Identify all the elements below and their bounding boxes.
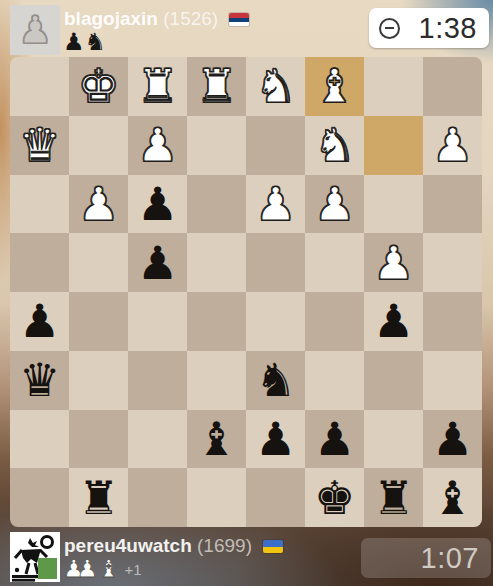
piece-white-bishop[interactable]: ♝ (314, 63, 355, 109)
bottom-captured-pieces-tray: ♟♟♝+1 (63, 557, 142, 581)
ukraine-flag-icon (263, 540, 283, 553)
square-c2[interactable]: ♞ (305, 116, 364, 175)
square-d2[interactable] (246, 116, 305, 175)
square-c6[interactable] (305, 351, 364, 410)
piece-white-pawn[interactable]: ♟ (255, 181, 296, 227)
square-e2[interactable] (187, 116, 246, 175)
square-e6[interactable] (187, 351, 246, 410)
player-rating: (1526) (163, 8, 218, 29)
square-h6[interactable]: ♛ (10, 351, 69, 410)
square-h1[interactable] (10, 57, 69, 116)
square-d4[interactable] (246, 233, 305, 292)
piece-white-king[interactable]: ♚ (78, 63, 119, 109)
square-g4[interactable] (69, 233, 128, 292)
square-b8[interactable]: ♜ (364, 468, 423, 527)
top-clock-time: 1:38 (400, 12, 489, 45)
square-g1[interactable]: ♚ (69, 57, 128, 116)
online-indicator (38, 558, 57, 579)
piece-black-pawn[interactable]: ♟ (137, 240, 178, 286)
square-g7[interactable] (69, 410, 128, 469)
square-c7[interactable]: ♟ (305, 410, 364, 469)
square-a4[interactable] (423, 233, 482, 292)
square-b6[interactable] (364, 351, 423, 410)
piece-white-pawn[interactable]: ♟ (432, 122, 473, 168)
square-d1[interactable]: ♞ (246, 57, 305, 116)
square-f3[interactable]: ♟ (128, 175, 187, 234)
bottom-player-name-row: pereu4uwatch (1699) (64, 535, 283, 557)
bottom-player-bar[interactable]: pereu4uwatch (1699) ♟♟♝+1 1:07 (0, 530, 493, 586)
square-d6[interactable]: ♞ (246, 351, 305, 410)
square-f7[interactable] (128, 410, 187, 469)
square-f6[interactable] (128, 351, 187, 410)
square-f5[interactable] (128, 292, 187, 351)
square-c1[interactable]: ♝ (305, 57, 364, 116)
piece-white-pawn[interactable]: ♟ (373, 240, 414, 286)
square-c8[interactable]: ♚ (305, 468, 364, 527)
square-h2[interactable]: ♛ (10, 116, 69, 175)
square-g6[interactable] (69, 351, 128, 410)
piece-black-pawn[interactable]: ♟ (19, 298, 60, 344)
serbia-flag-icon (229, 13, 249, 26)
square-b4[interactable]: ♟ (364, 233, 423, 292)
pawn-avatar-icon: ♟ (18, 11, 52, 49)
player-rating: (1699) (197, 535, 252, 556)
square-a2[interactable]: ♟ (423, 116, 482, 175)
square-b5[interactable]: ♟ (364, 292, 423, 351)
square-e1[interactable]: ♜ (187, 57, 246, 116)
square-a6[interactable] (423, 351, 482, 410)
piece-black-bishop[interactable]: ♝ (196, 416, 237, 462)
piece-black-rook[interactable]: ♜ (373, 475, 414, 521)
piece-white-pawn[interactable]: ♟ (137, 122, 178, 168)
captured-black-pawn: ♟ (63, 30, 85, 54)
piece-white-queen[interactable]: ♛ (19, 122, 60, 168)
square-b2[interactable] (364, 116, 423, 175)
circled-minus-icon[interactable] (379, 18, 400, 39)
top-captured-pieces-tray: ♟♞ (63, 30, 106, 54)
piece-black-rook[interactable]: ♜ (78, 475, 119, 521)
piece-black-king[interactable]: ♚ (314, 475, 355, 521)
piece-black-pawn[interactable]: ♟ (255, 416, 296, 462)
square-g5[interactable] (69, 292, 128, 351)
player-name[interactable]: pereu4uwatch (64, 535, 192, 556)
chess-board[interactable]: ♚♜♜♞♝♛♟♞♟♟♟♟♟♟♟♟♟♛♞♝♟♟♟♜♚♜♝ (10, 57, 482, 527)
piece-black-pawn[interactable]: ♟ (373, 298, 414, 344)
square-e4[interactable] (187, 233, 246, 292)
captured-white-bishop: ♝ (98, 557, 120, 581)
square-e7[interactable]: ♝ (187, 410, 246, 469)
bottom-clock-time: 1:07 (361, 542, 491, 575)
piece-black-queen[interactable]: ♛ (19, 357, 60, 403)
square-d3[interactable]: ♟ (246, 175, 305, 234)
square-g8[interactable]: ♜ (69, 468, 128, 527)
square-h7[interactable] (10, 410, 69, 469)
square-a1[interactable] (423, 57, 482, 116)
square-a8[interactable]: ♝ (423, 468, 482, 527)
piece-white-knight[interactable]: ♞ (314, 122, 355, 168)
square-h3[interactable] (10, 175, 69, 234)
player-name[interactable]: blagojaxin (64, 8, 158, 29)
piece-white-pawn[interactable]: ♟ (78, 181, 119, 227)
square-h5[interactable]: ♟ (10, 292, 69, 351)
square-h4[interactable] (10, 233, 69, 292)
game-screen: ♟ blagojaxin (1526) ♟♞ 1:38 ♚♜♜♞♝♛♟♞♟♟♟♟… (0, 0, 493, 586)
piece-white-knight[interactable]: ♞ (255, 63, 296, 109)
piece-white-rook[interactable]: ♜ (196, 63, 237, 109)
square-b3[interactable] (364, 175, 423, 234)
square-h8[interactable] (10, 468, 69, 527)
piece-black-pawn[interactable]: ♟ (432, 416, 473, 462)
square-b7[interactable] (364, 410, 423, 469)
square-a5[interactable] (423, 292, 482, 351)
piece-black-knight[interactable]: ♞ (255, 357, 296, 403)
top-player-clock: 1:38 (369, 8, 489, 48)
square-d7[interactable]: ♟ (246, 410, 305, 469)
top-player-name-row: blagojaxin (1526) (64, 8, 249, 30)
square-g3[interactable]: ♟ (69, 175, 128, 234)
square-f8[interactable] (128, 468, 187, 527)
square-f4[interactable]: ♟ (128, 233, 187, 292)
piece-white-rook[interactable]: ♜ (137, 63, 178, 109)
piece-black-pawn[interactable]: ♟ (314, 416, 355, 462)
square-e5[interactable] (187, 292, 246, 351)
top-player-avatar[interactable]: ♟ (10, 5, 60, 55)
square-e3[interactable] (187, 175, 246, 234)
piece-black-pawn[interactable]: ♟ (137, 181, 178, 227)
square-c4[interactable] (305, 233, 364, 292)
bottom-player-clock: 1:07 (361, 538, 491, 578)
square-a7[interactable]: ♟ (423, 410, 482, 469)
piece-black-bishop[interactable]: ♝ (432, 475, 473, 521)
square-g2[interactable] (69, 116, 128, 175)
top-player-bar[interactable]: ♟ blagojaxin (1526) ♟♞ 1:38 (0, 3, 493, 59)
captured-black-knight: ♞ (85, 30, 107, 54)
square-b1[interactable] (364, 57, 423, 116)
square-e8[interactable] (187, 468, 246, 527)
piece-white-pawn[interactable]: ♟ (314, 181, 355, 227)
square-c3[interactable]: ♟ (305, 175, 364, 234)
material-advantage: +1 (125, 561, 142, 578)
square-a3[interactable] (423, 175, 482, 234)
square-c5[interactable] (305, 292, 364, 351)
square-f1[interactable]: ♜ (128, 57, 187, 116)
captured-white-pawn: ♟ (77, 557, 99, 581)
square-f2[interactable]: ♟ (128, 116, 187, 175)
square-d5[interactable] (246, 292, 305, 351)
square-d8[interactable] (246, 468, 305, 527)
